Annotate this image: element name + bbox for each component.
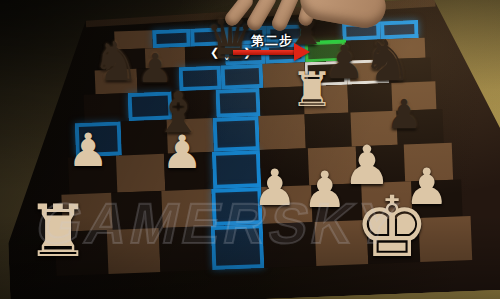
piece-white-pawn-b3[interactable]: ♟ [67, 127, 108, 173]
piece-white-pawn-f2[interactable]: ♟ [303, 165, 348, 215]
square-d5[interactable] [215, 88, 260, 118]
step-label: 第二步 [251, 32, 293, 50]
square-b2[interactable] [111, 191, 162, 230]
square-c2[interactable] [161, 189, 212, 228]
square-a5[interactable] [84, 93, 129, 123]
square-c1[interactable] [159, 226, 213, 272]
piece-white-rook-f6[interactable]: ♜ [290, 65, 333, 113]
move-arrow [233, 50, 296, 55]
square-e1[interactable] [263, 222, 317, 268]
piece-black-knight-h7[interactable]: ♞ [362, 33, 412, 89]
piece-white-king-g1[interactable]: ♚ [354, 185, 429, 269]
piece-white-pawn-c3[interactable]: ♟ [161, 129, 202, 175]
square-b1[interactable] [107, 228, 161, 274]
piece-white-pawn-e2[interactable]: ♟ [253, 163, 298, 213]
square-d4[interactable] [213, 116, 260, 152]
piece-white-rook-b1[interactable]: ♜ [26, 195, 91, 267]
chess-app-screenshot: ♝♛♟♞♟♞♜♟♝♟♟♟♟♟♟♜♚ GAMERSKY ❮ ❯ ˅ 第二步 [0, 0, 500, 299]
square-e4[interactable] [259, 114, 306, 150]
square-b3[interactable] [116, 154, 165, 193]
piece-black-knight-b7[interactable]: ♞ [92, 35, 140, 89]
piece-black-pawn-h5[interactable]: ♟ [386, 94, 422, 134]
square-d1[interactable] [211, 224, 265, 270]
selection-chevron-down: ˅ [224, 56, 230, 69]
selection-chevron-left: ❮ [210, 46, 219, 59]
move-arrow-head [294, 43, 310, 61]
